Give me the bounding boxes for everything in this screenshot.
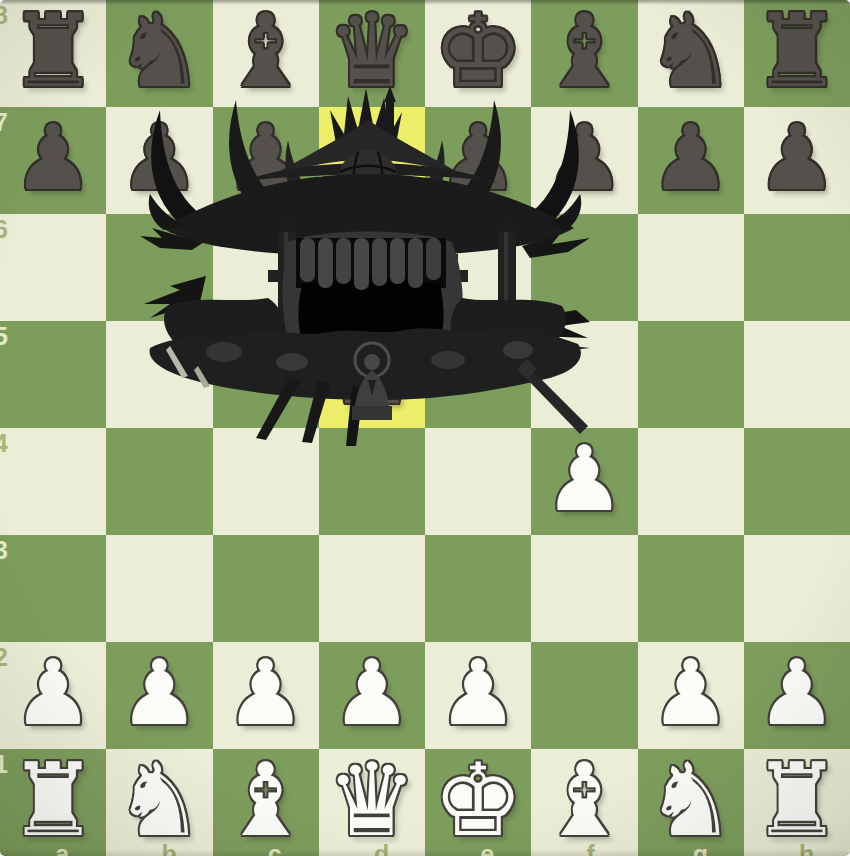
piece-black-bishop-c8[interactable]: ♝ <box>213 0 319 107</box>
square-d7[interactable] <box>319 107 425 214</box>
square-d6[interactable] <box>319 214 425 321</box>
square-d2[interactable]: ♟ <box>319 642 425 749</box>
square-f7[interactable]: ♟ <box>531 107 637 214</box>
square-g1[interactable]: g♞ <box>638 749 744 856</box>
square-f2[interactable] <box>531 642 637 749</box>
chess-board: 8♜♞♝♛♚♝♞♜7♟♟♟♟♟♟♟65♟4♟32♟♟♟♟♟♟♟1a♜b♞c♝d♛… <box>0 0 850 856</box>
piece-white-queen-d1[interactable]: ♛ <box>319 749 425 856</box>
piece-black-pawn-h7[interactable]: ♟ <box>744 107 850 214</box>
piece-black-pawn-g7[interactable]: ♟ <box>638 107 744 214</box>
square-g8[interactable]: ♞ <box>638 0 744 107</box>
rank-label-6: 6 <box>0 215 8 244</box>
square-f4[interactable]: ♟ <box>531 428 637 535</box>
piece-white-pawn-d2[interactable]: ♟ <box>319 642 425 749</box>
piece-black-rook-h8[interactable]: ♜ <box>744 0 850 107</box>
square-b5[interactable] <box>106 321 212 428</box>
square-h6[interactable] <box>744 214 850 321</box>
square-f6[interactable] <box>531 214 637 321</box>
square-a2[interactable]: 2♟ <box>0 642 106 749</box>
square-e3[interactable] <box>425 535 531 642</box>
piece-black-pawn-b7[interactable]: ♟ <box>106 107 212 214</box>
piece-black-knight-b8[interactable]: ♞ <box>106 0 212 107</box>
piece-black-bishop-f8[interactable]: ♝ <box>531 0 637 107</box>
square-e6[interactable] <box>425 214 531 321</box>
piece-white-bishop-c1[interactable]: ♝ <box>213 749 319 856</box>
piece-white-bishop-f1[interactable]: ♝ <box>531 749 637 856</box>
square-d4[interactable] <box>319 428 425 535</box>
square-b3[interactable] <box>106 535 212 642</box>
square-c7[interactable]: ♟ <box>213 107 319 214</box>
square-a1[interactable]: 1a♜ <box>0 749 106 856</box>
square-b4[interactable] <box>106 428 212 535</box>
square-f1[interactable]: f♝ <box>531 749 637 856</box>
square-c5[interactable] <box>213 321 319 428</box>
piece-black-knight-g8[interactable]: ♞ <box>638 0 744 107</box>
square-g5[interactable] <box>638 321 744 428</box>
piece-black-king-e8[interactable]: ♚ <box>425 0 531 107</box>
square-h8[interactable]: ♜ <box>744 0 850 107</box>
square-a4[interactable]: 4 <box>0 428 106 535</box>
piece-black-pawn-a7[interactable]: ♟ <box>0 107 106 214</box>
piece-white-pawn-g2[interactable]: ♟ <box>638 642 744 749</box>
square-e1[interactable]: e♚ <box>425 749 531 856</box>
square-h7[interactable]: ♟ <box>744 107 850 214</box>
square-c8[interactable]: ♝ <box>213 0 319 107</box>
square-a5[interactable]: 5 <box>0 321 106 428</box>
square-g6[interactable] <box>638 214 744 321</box>
square-f3[interactable] <box>531 535 637 642</box>
square-e7[interactable]: ♟ <box>425 107 531 214</box>
piece-black-rook-a8[interactable]: ♜ <box>0 0 106 107</box>
square-a6[interactable]: 6 <box>0 214 106 321</box>
square-d5[interactable]: ♟ <box>319 321 425 428</box>
square-b2[interactable]: ♟ <box>106 642 212 749</box>
piece-black-pawn-c7[interactable]: ♟ <box>213 107 319 214</box>
square-h5[interactable] <box>744 321 850 428</box>
rank-label-3: 3 <box>0 536 8 565</box>
piece-black-pawn-d5[interactable]: ♟ <box>319 321 425 428</box>
piece-white-knight-b1[interactable]: ♞ <box>106 749 212 856</box>
square-d3[interactable] <box>319 535 425 642</box>
piece-white-pawn-f4[interactable]: ♟ <box>531 428 637 535</box>
square-f5[interactable] <box>531 321 637 428</box>
square-e4[interactable] <box>425 428 531 535</box>
piece-black-pawn-f7[interactable]: ♟ <box>531 107 637 214</box>
square-e8[interactable]: ♚ <box>425 0 531 107</box>
square-d8[interactable]: ♛ <box>319 0 425 107</box>
square-c1[interactable]: c♝ <box>213 749 319 856</box>
square-b7[interactable]: ♟ <box>106 107 212 214</box>
square-a7[interactable]: 7♟ <box>0 107 106 214</box>
square-g4[interactable] <box>638 428 744 535</box>
square-c6[interactable] <box>213 214 319 321</box>
piece-white-rook-h1[interactable]: ♜ <box>744 749 850 856</box>
square-g3[interactable] <box>638 535 744 642</box>
square-e2[interactable]: ♟ <box>425 642 531 749</box>
piece-white-pawn-c2[interactable]: ♟ <box>213 642 319 749</box>
piece-white-knight-g1[interactable]: ♞ <box>638 749 744 856</box>
rank-label-5: 5 <box>0 322 8 351</box>
piece-white-pawn-h2[interactable]: ♟ <box>744 642 850 749</box>
square-h1[interactable]: h♜ <box>744 749 850 856</box>
square-f8[interactable]: ♝ <box>531 0 637 107</box>
chessboard-screenshot: 8♜♞♝♛♚♝♞♜7♟♟♟♟♟♟♟65♟4♟32♟♟♟♟♟♟♟1a♜b♞c♝d♛… <box>0 0 850 856</box>
square-b6[interactable] <box>106 214 212 321</box>
square-e5[interactable] <box>425 321 531 428</box>
square-b8[interactable]: ♞ <box>106 0 212 107</box>
piece-white-pawn-a2[interactable]: ♟ <box>0 642 106 749</box>
square-c4[interactable] <box>213 428 319 535</box>
square-c3[interactable] <box>213 535 319 642</box>
square-g2[interactable]: ♟ <box>638 642 744 749</box>
square-h3[interactable] <box>744 535 850 642</box>
square-h4[interactable] <box>744 428 850 535</box>
piece-black-pawn-e7[interactable]: ♟ <box>425 107 531 214</box>
piece-white-rook-a1[interactable]: ♜ <box>0 749 106 856</box>
piece-black-queen-d8[interactable]: ♛ <box>319 0 425 107</box>
square-h2[interactable]: ♟ <box>744 642 850 749</box>
square-a8[interactable]: 8♜ <box>0 0 106 107</box>
piece-white-king-e1[interactable]: ♚ <box>425 749 531 856</box>
rank-label-4: 4 <box>0 429 8 458</box>
piece-white-pawn-e2[interactable]: ♟ <box>425 642 531 749</box>
square-b1[interactable]: b♞ <box>106 749 212 856</box>
square-g7[interactable]: ♟ <box>638 107 744 214</box>
square-a3[interactable]: 3 <box>0 535 106 642</box>
square-c2[interactable]: ♟ <box>213 642 319 749</box>
piece-white-pawn-b2[interactable]: ♟ <box>106 642 212 749</box>
square-d1[interactable]: d♛ <box>319 749 425 856</box>
